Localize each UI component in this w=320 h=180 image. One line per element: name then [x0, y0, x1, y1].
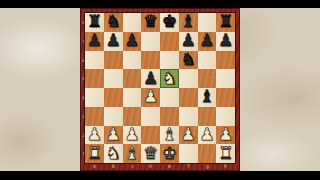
- square-c8[interactable]: [123, 13, 142, 32]
- square-a7[interactable]: ♟: [85, 32, 104, 51]
- letterbox-bottom-bar: [0, 171, 320, 180]
- black-bishop-f8[interactable]: ♝: [179, 13, 198, 32]
- black-pawn-c7[interactable]: ♟: [123, 32, 142, 51]
- white-rook-a1[interactable]: ♜: [85, 144, 104, 163]
- square-h6[interactable]: [216, 51, 235, 70]
- square-f1[interactable]: [179, 144, 198, 163]
- file-label-d: d: [145, 165, 155, 169]
- board-squares: ♜♞♛♚♝♜♟♟♟♟♟♟♞♟♞♟♝♟♟♟♝♟♟♟♜♞♝♛♚♜: [85, 13, 235, 163]
- square-e6[interactable]: [160, 51, 179, 70]
- file-label-a: a: [89, 165, 99, 169]
- square-f5[interactable]: [179, 69, 198, 88]
- square-g3[interactable]: [198, 107, 217, 126]
- square-b6[interactable]: [104, 51, 123, 70]
- square-e5[interactable]: ♞: [160, 69, 179, 88]
- square-g2[interactable]: ♟: [198, 126, 217, 145]
- white-rook-h1[interactable]: ♜: [216, 144, 235, 163]
- square-a4[interactable]: [85, 88, 104, 107]
- file-label-f: f: [183, 165, 193, 169]
- square-a5[interactable]: [85, 69, 104, 88]
- file-labels: abcdefgh: [85, 163, 235, 170]
- black-pawn-f7[interactable]: ♟: [179, 32, 198, 51]
- square-h7[interactable]: ♟: [216, 32, 235, 51]
- square-b3[interactable]: [104, 107, 123, 126]
- square-e4[interactable]: [160, 88, 179, 107]
- file-label-g: g: [202, 165, 212, 169]
- square-h4[interactable]: [216, 88, 235, 107]
- file-label-c: c: [127, 165, 137, 169]
- square-h8[interactable]: ♜: [216, 13, 235, 32]
- black-pawn-g7[interactable]: ♟: [198, 32, 217, 51]
- square-g5[interactable]: [198, 69, 217, 88]
- black-rook-h8[interactable]: ♜: [216, 13, 235, 32]
- square-b4[interactable]: [104, 88, 123, 107]
- black-pawn-h7[interactable]: ♟: [216, 32, 235, 51]
- square-b7[interactable]: ♟: [104, 32, 123, 51]
- square-f8[interactable]: ♝: [179, 13, 198, 32]
- square-a3[interactable]: [85, 107, 104, 126]
- square-d7[interactable]: [141, 32, 160, 51]
- white-pawn-d4[interactable]: ♟: [141, 88, 160, 107]
- square-b2[interactable]: ♟: [104, 126, 123, 145]
- square-h2[interactable]: ♟: [216, 126, 235, 145]
- black-bishop-g4[interactable]: ♝: [198, 88, 217, 107]
- square-a8[interactable]: ♜: [85, 13, 104, 32]
- square-h1[interactable]: ♜: [216, 144, 235, 163]
- black-knight-b8[interactable]: ♞: [104, 13, 123, 32]
- square-c3[interactable]: [123, 107, 142, 126]
- square-c1[interactable]: ♝: [123, 144, 142, 163]
- square-a1[interactable]: ♜: [85, 144, 104, 163]
- white-queen-d1[interactable]: ♛: [141, 144, 160, 163]
- square-f4[interactable]: [179, 88, 198, 107]
- square-f2[interactable]: ♟: [179, 126, 198, 145]
- white-pawn-c2[interactable]: ♟: [123, 126, 142, 145]
- black-knight-f6[interactable]: ♞: [179, 51, 198, 70]
- square-a6[interactable]: [85, 51, 104, 70]
- square-d1[interactable]: ♛: [141, 144, 160, 163]
- square-f6[interactable]: ♞: [179, 51, 198, 70]
- white-bishop-e2[interactable]: ♝: [160, 126, 179, 145]
- square-c7[interactable]: ♟: [123, 32, 142, 51]
- white-pawn-b2[interactable]: ♟: [104, 126, 123, 145]
- square-h3[interactable]: [216, 107, 235, 126]
- black-queen-d8[interactable]: ♛: [141, 13, 160, 32]
- letterbox-top-bar: [0, 0, 320, 8]
- square-g8[interactable]: [198, 13, 217, 32]
- square-b5[interactable]: [104, 69, 123, 88]
- square-d6[interactable]: [141, 51, 160, 70]
- square-f3[interactable]: [179, 107, 198, 126]
- white-king-e1[interactable]: ♚: [160, 144, 179, 163]
- black-pawn-d5[interactable]: ♟: [141, 69, 160, 88]
- square-g1[interactable]: [198, 144, 217, 163]
- square-e7[interactable]: [160, 32, 179, 51]
- square-d2[interactable]: [141, 126, 160, 145]
- file-label-b: b: [108, 165, 118, 169]
- video-frame: 87654321 ♜♞♛♚♝♜♟♟♟♟♟♟♞♟♞♟♝♟♟♟♝♟♟♟♜♞♝♛♚♜ …: [0, 0, 320, 180]
- square-f7[interactable]: ♟: [179, 32, 198, 51]
- file-label-e: e: [164, 165, 174, 169]
- black-rook-a8[interactable]: ♜: [85, 13, 104, 32]
- square-g4[interactable]: ♝: [198, 88, 217, 107]
- white-pawn-a2[interactable]: ♟: [85, 126, 104, 145]
- square-d3[interactable]: [141, 107, 160, 126]
- file-label-h: h: [220, 165, 230, 169]
- square-c4[interactable]: [123, 88, 142, 107]
- square-a2[interactable]: ♟: [85, 126, 104, 145]
- black-king-e8[interactable]: ♚: [160, 13, 179, 32]
- white-knight-b1[interactable]: ♞: [104, 144, 123, 163]
- square-e2[interactable]: ♝: [160, 126, 179, 145]
- black-pawn-a7[interactable]: ♟: [85, 32, 104, 51]
- square-c2[interactable]: ♟: [123, 126, 142, 145]
- white-pawn-g2[interactable]: ♟: [198, 126, 217, 145]
- white-knight-e5[interactable]: ♞: [160, 69, 179, 88]
- white-bishop-c1[interactable]: ♝: [123, 144, 142, 163]
- square-c6[interactable]: [123, 51, 142, 70]
- square-g6[interactable]: [198, 51, 217, 70]
- square-d8[interactable]: ♛: [141, 13, 160, 32]
- black-pawn-b7[interactable]: ♟: [104, 32, 123, 51]
- square-e3[interactable]: [160, 107, 179, 126]
- square-b1[interactable]: ♞: [104, 144, 123, 163]
- square-g7[interactable]: ♟: [198, 32, 217, 51]
- square-c5[interactable]: [123, 69, 142, 88]
- square-d4[interactable]: ♟: [141, 88, 160, 107]
- white-pawn-f2[interactable]: ♟: [179, 126, 198, 145]
- chess-board: 87654321 ♜♞♛♚♝♜♟♟♟♟♟♟♞♟♞♟♝♟♟♟♝♟♟♟♜♞♝♛♚♜ …: [80, 8, 240, 171]
- square-e1[interactable]: ♚: [160, 144, 179, 163]
- square-d5[interactable]: ♟: [141, 69, 160, 88]
- white-pawn-h2[interactable]: ♟: [216, 126, 235, 145]
- square-e8[interactable]: ♚: [160, 13, 179, 32]
- square-b8[interactable]: ♞: [104, 13, 123, 32]
- square-h5[interactable]: [216, 69, 235, 88]
